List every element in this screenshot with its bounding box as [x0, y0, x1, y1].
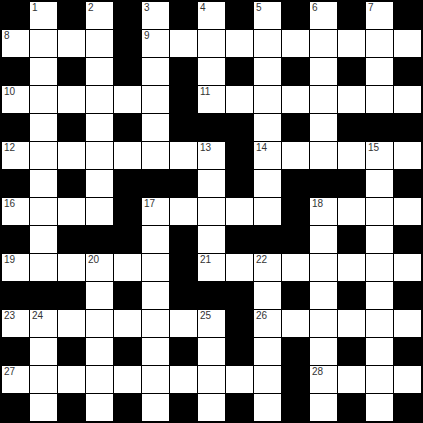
black-cell [170, 170, 197, 197]
clue-number: 26 [256, 310, 267, 321]
white-cell[interactable] [254, 170, 281, 197]
black-cell [394, 170, 421, 197]
white-cell[interactable]: 8 [2, 30, 29, 57]
clue-number: 9 [144, 30, 150, 41]
white-cell[interactable] [366, 310, 393, 337]
white-cell[interactable] [254, 282, 281, 309]
crossword-puzzle: 1234567891011121314151617181920212223242… [0, 0, 423, 423]
black-cell [226, 338, 253, 365]
white-cell[interactable] [142, 226, 169, 253]
white-cell[interactable] [30, 226, 57, 253]
clue-number: 5 [256, 2, 262, 13]
clue-number: 7 [368, 2, 374, 13]
white-cell[interactable] [86, 170, 113, 197]
clue-number: 23 [4, 310, 15, 321]
white-cell[interactable] [254, 198, 281, 225]
white-cell[interactable] [170, 30, 197, 57]
black-cell [226, 310, 253, 337]
black-cell [58, 394, 85, 421]
white-cell[interactable] [310, 86, 337, 113]
white-cell[interactable]: 9 [142, 30, 169, 57]
clue-number: 17 [144, 198, 155, 209]
black-cell [338, 114, 365, 141]
black-cell [338, 2, 365, 29]
black-cell [282, 2, 309, 29]
black-cell [58, 282, 85, 309]
black-cell [114, 58, 141, 85]
black-cell [2, 114, 29, 141]
white-cell[interactable] [142, 86, 169, 113]
white-cell[interactable]: 27 [2, 366, 29, 393]
white-cell[interactable] [30, 254, 57, 281]
white-cell[interactable] [310, 30, 337, 57]
white-cell[interactable] [142, 310, 169, 337]
black-cell [282, 170, 309, 197]
white-cell[interactable] [366, 366, 393, 393]
white-cell[interactable] [142, 142, 169, 169]
clue-number: 1 [32, 2, 38, 13]
clue-number: 19 [4, 254, 15, 265]
white-cell[interactable] [254, 58, 281, 85]
black-cell [58, 226, 85, 253]
white-cell[interactable] [30, 58, 57, 85]
crossword-board: 1234567891011121314151617181920212223242… [0, 0, 423, 423]
white-cell[interactable] [394, 86, 421, 113]
white-cell[interactable]: 7 [366, 2, 393, 29]
white-cell[interactable]: 18 [310, 198, 337, 225]
white-cell[interactable] [86, 114, 113, 141]
black-cell [394, 282, 421, 309]
white-cell[interactable]: 20 [86, 254, 113, 281]
white-cell[interactable] [170, 142, 197, 169]
white-cell[interactable] [30, 30, 57, 57]
white-cell[interactable] [142, 254, 169, 281]
white-cell[interactable]: 19 [2, 254, 29, 281]
white-cell[interactable] [198, 338, 225, 365]
white-cell[interactable] [198, 30, 225, 57]
black-cell [170, 226, 197, 253]
black-cell [58, 338, 85, 365]
white-cell[interactable] [170, 310, 197, 337]
white-cell[interactable] [86, 394, 113, 421]
white-cell[interactable] [282, 310, 309, 337]
clue-number: 25 [200, 310, 211, 321]
clue-number: 10 [4, 86, 15, 97]
white-cell[interactable]: 21 [198, 254, 225, 281]
black-cell [30, 282, 57, 309]
black-cell [282, 198, 309, 225]
black-cell [394, 226, 421, 253]
white-cell[interactable] [366, 30, 393, 57]
black-cell [2, 338, 29, 365]
white-cell[interactable] [142, 282, 169, 309]
white-cell[interactable] [58, 310, 85, 337]
white-cell[interactable]: 17 [142, 198, 169, 225]
white-cell[interactable] [198, 58, 225, 85]
white-cell[interactable] [366, 338, 393, 365]
black-cell [282, 394, 309, 421]
white-cell[interactable] [198, 226, 225, 253]
white-cell[interactable] [282, 142, 309, 169]
white-cell[interactable] [310, 226, 337, 253]
white-cell[interactable] [254, 366, 281, 393]
black-cell [198, 114, 225, 141]
black-cell [338, 226, 365, 253]
clue-number: 22 [256, 254, 267, 265]
black-cell [114, 394, 141, 421]
white-cell[interactable]: 1 [30, 2, 57, 29]
white-cell[interactable] [394, 366, 421, 393]
white-cell[interactable] [254, 114, 281, 141]
white-cell[interactable] [310, 142, 337, 169]
white-cell[interactable] [198, 170, 225, 197]
black-cell [114, 338, 141, 365]
white-cell[interactable] [58, 366, 85, 393]
white-cell[interactable] [338, 254, 365, 281]
white-cell[interactable] [310, 58, 337, 85]
black-cell [226, 142, 253, 169]
black-cell [58, 2, 85, 29]
white-cell[interactable] [198, 198, 225, 225]
white-cell[interactable] [86, 58, 113, 85]
black-cell [142, 170, 169, 197]
white-cell[interactable] [338, 310, 365, 337]
black-cell [282, 338, 309, 365]
white-cell[interactable] [310, 254, 337, 281]
white-cell[interactable] [30, 114, 57, 141]
white-cell[interactable] [226, 198, 253, 225]
black-cell [282, 114, 309, 141]
white-cell[interactable] [142, 394, 169, 421]
black-cell [226, 282, 253, 309]
white-cell[interactable] [282, 254, 309, 281]
black-cell [2, 170, 29, 197]
white-cell[interactable] [30, 338, 57, 365]
white-cell[interactable] [366, 198, 393, 225]
white-cell[interactable] [86, 198, 113, 225]
white-cell[interactable] [254, 394, 281, 421]
white-cell[interactable]: 25 [198, 310, 225, 337]
black-cell [226, 2, 253, 29]
clue-number: 3 [144, 2, 150, 13]
clue-number: 4 [200, 2, 206, 13]
white-cell[interactable]: 5 [254, 2, 281, 29]
black-cell [114, 282, 141, 309]
black-cell [2, 2, 29, 29]
white-cell[interactable] [170, 198, 197, 225]
white-cell[interactable] [58, 86, 85, 113]
white-cell[interactable] [338, 86, 365, 113]
white-cell[interactable] [226, 366, 253, 393]
white-cell[interactable]: 16 [2, 198, 29, 225]
white-cell[interactable] [226, 254, 253, 281]
white-cell[interactable] [114, 310, 141, 337]
black-cell [282, 282, 309, 309]
white-cell[interactable]: 15 [366, 142, 393, 169]
white-cell[interactable] [198, 394, 225, 421]
white-cell[interactable] [30, 142, 57, 169]
white-cell[interactable] [86, 366, 113, 393]
white-cell[interactable] [338, 142, 365, 169]
white-cell[interactable] [86, 310, 113, 337]
white-cell[interactable] [114, 142, 141, 169]
white-cell[interactable] [30, 86, 57, 113]
white-cell[interactable] [142, 366, 169, 393]
clue-number: 21 [200, 254, 211, 265]
black-cell [170, 114, 197, 141]
white-cell[interactable] [394, 30, 421, 57]
clue-number: 20 [88, 254, 99, 265]
black-cell [170, 394, 197, 421]
white-cell[interactable] [198, 366, 225, 393]
white-cell[interactable] [30, 170, 57, 197]
black-cell [226, 114, 253, 141]
white-cell[interactable] [58, 198, 85, 225]
white-cell[interactable] [366, 58, 393, 85]
white-cell[interactable] [142, 114, 169, 141]
white-cell[interactable]: 2 [86, 2, 113, 29]
white-cell[interactable] [58, 30, 85, 57]
black-cell [282, 226, 309, 253]
white-cell[interactable] [142, 338, 169, 365]
white-cell[interactable]: 10 [2, 86, 29, 113]
clue-number: 18 [312, 198, 323, 209]
white-cell[interactable] [338, 366, 365, 393]
black-cell [338, 338, 365, 365]
black-cell [58, 58, 85, 85]
black-cell [114, 226, 141, 253]
black-cell [310, 170, 337, 197]
white-cell[interactable] [226, 30, 253, 57]
white-cell[interactable] [86, 30, 113, 57]
white-cell[interactable] [86, 142, 113, 169]
white-cell[interactable] [310, 114, 337, 141]
white-cell[interactable] [310, 310, 337, 337]
white-cell[interactable] [338, 30, 365, 57]
clue-number: 13 [200, 142, 211, 153]
white-cell[interactable] [226, 86, 253, 113]
white-cell[interactable]: 3 [142, 2, 169, 29]
white-cell[interactable] [394, 142, 421, 169]
black-cell [226, 170, 253, 197]
white-cell[interactable]: 23 [2, 310, 29, 337]
white-cell[interactable] [114, 366, 141, 393]
white-cell[interactable] [310, 338, 337, 365]
black-cell [170, 282, 197, 309]
black-cell [282, 58, 309, 85]
white-cell[interactable] [394, 198, 421, 225]
black-cell [198, 282, 225, 309]
white-cell[interactable] [170, 366, 197, 393]
black-cell [366, 114, 393, 141]
white-cell[interactable]: 4 [198, 2, 225, 29]
clue-number: 11 [200, 86, 210, 97]
black-cell [58, 114, 85, 141]
white-cell[interactable] [58, 254, 85, 281]
clue-number: 8 [4, 30, 10, 41]
white-cell[interactable] [86, 86, 113, 113]
white-cell[interactable] [114, 254, 141, 281]
clue-number: 16 [4, 198, 15, 209]
black-cell [170, 58, 197, 85]
clue-number: 2 [88, 2, 94, 13]
clue-number: 28 [312, 366, 323, 377]
black-cell [114, 198, 141, 225]
black-cell [2, 394, 29, 421]
white-cell[interactable] [254, 30, 281, 57]
white-cell[interactable] [114, 86, 141, 113]
black-cell [338, 394, 365, 421]
white-cell[interactable] [366, 254, 393, 281]
white-cell[interactable] [366, 86, 393, 113]
black-cell [394, 2, 421, 29]
white-cell[interactable] [366, 282, 393, 309]
black-cell [394, 338, 421, 365]
black-cell [2, 282, 29, 309]
black-cell [114, 2, 141, 29]
black-cell [86, 226, 113, 253]
clue-number: 15 [368, 142, 379, 153]
white-cell[interactable] [366, 226, 393, 253]
white-cell[interactable]: 14 [254, 142, 281, 169]
black-cell [2, 226, 29, 253]
black-cell [394, 114, 421, 141]
black-cell [282, 366, 309, 393]
white-cell[interactable] [30, 366, 57, 393]
black-cell [170, 254, 197, 281]
black-cell [394, 58, 421, 85]
white-cell[interactable] [30, 198, 57, 225]
white-cell[interactable] [30, 394, 57, 421]
white-cell[interactable] [310, 394, 337, 421]
black-cell [338, 170, 365, 197]
black-cell [338, 58, 365, 85]
white-cell[interactable] [338, 198, 365, 225]
white-cell[interactable] [254, 86, 281, 113]
white-cell[interactable] [394, 254, 421, 281]
white-cell[interactable]: 24 [30, 310, 57, 337]
clue-number: 24 [32, 310, 43, 321]
white-cell[interactable] [282, 30, 309, 57]
white-cell[interactable]: 28 [310, 366, 337, 393]
white-cell[interactable] [86, 338, 113, 365]
black-cell [170, 338, 197, 365]
black-cell [394, 394, 421, 421]
black-cell [114, 30, 141, 57]
clue-number: 12 [4, 142, 15, 153]
white-cell[interactable]: 12 [2, 142, 29, 169]
white-cell[interactable] [310, 282, 337, 309]
black-cell [2, 58, 29, 85]
white-cell[interactable] [282, 86, 309, 113]
white-cell[interactable]: 6 [310, 2, 337, 29]
black-cell [58, 170, 85, 197]
clue-number: 6 [312, 2, 318, 13]
black-cell [226, 58, 253, 85]
clue-number: 14 [256, 142, 267, 153]
white-cell[interactable]: 22 [254, 254, 281, 281]
white-cell[interactable] [254, 338, 281, 365]
black-cell [170, 2, 197, 29]
white-cell[interactable]: 11 [198, 86, 225, 113]
clue-number: 27 [4, 366, 15, 377]
black-cell [170, 86, 197, 113]
black-cell [114, 170, 141, 197]
white-cell[interactable] [86, 282, 113, 309]
black-cell [114, 114, 141, 141]
white-cell[interactable] [394, 310, 421, 337]
black-cell [338, 282, 365, 309]
white-cell[interactable]: 13 [198, 142, 225, 169]
white-cell[interactable] [366, 394, 393, 421]
white-cell[interactable] [366, 170, 393, 197]
white-cell[interactable]: 26 [254, 310, 281, 337]
black-cell [226, 394, 253, 421]
white-cell[interactable] [58, 142, 85, 169]
black-cell [226, 226, 253, 253]
white-cell[interactable] [142, 58, 169, 85]
black-cell [254, 226, 281, 253]
